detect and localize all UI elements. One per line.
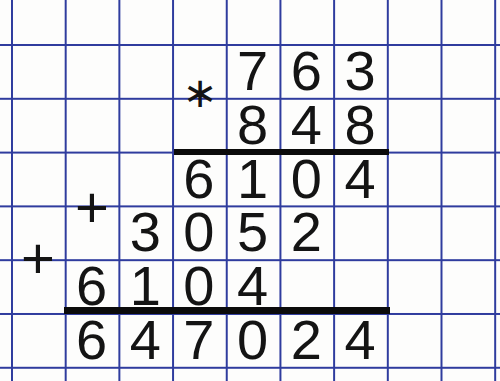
- sum-rule-line: [64, 307, 390, 314]
- digit-cell: 0: [172, 205, 226, 259]
- digit-cell: 2: [279, 205, 333, 259]
- digit-cell: 6: [65, 259, 119, 313]
- digit-cell: 8: [226, 98, 280, 152]
- digit-cell: 0: [226, 313, 280, 367]
- digit-cell: 3: [118, 205, 172, 259]
- digit-cell: 6: [172, 152, 226, 206]
- digit-cell: 6: [65, 313, 119, 367]
- digit-cell: 3: [333, 44, 387, 98]
- digit-cell: 8: [333, 98, 387, 152]
- digit-cell: 7: [226, 44, 280, 98]
- digit-cell: 4: [333, 152, 387, 206]
- digit-cell: 2: [279, 313, 333, 367]
- multiply-sign-icon: ∗: [173, 66, 227, 119]
- digit-cell: 6: [279, 44, 333, 98]
- plus-sign-icon: +: [65, 178, 119, 236]
- squared-paper: 763848610430526104647024 ∗ + +: [0, 0, 500, 381]
- digit-cell: 0: [172, 259, 226, 313]
- digit-cell: 4: [279, 98, 333, 152]
- digit-cell: 4: [118, 313, 172, 367]
- digit-cell: 4: [333, 313, 387, 367]
- digit-cell: 5: [226, 205, 280, 259]
- plus-sign-icon: +: [11, 229, 65, 287]
- digit-cell: 4: [226, 259, 280, 313]
- digit-cell: 0: [279, 152, 333, 206]
- multiplication-rule-line: [174, 149, 389, 155]
- digit-cell: 1: [118, 259, 172, 313]
- digit-cell: 7: [172, 313, 226, 367]
- digit-cell: 1: [226, 152, 280, 206]
